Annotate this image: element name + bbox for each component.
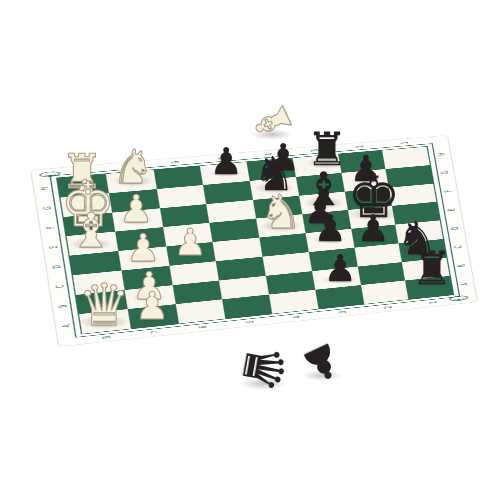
board-square (175, 299, 225, 323)
rank-label-bottom: 7 (150, 330, 160, 334)
file-label-left: D (51, 265, 61, 269)
rank-label-top: 3 (310, 149, 320, 152)
board-squares (56, 146, 454, 334)
board-square (127, 304, 178, 328)
file-label-right: A (460, 283, 469, 287)
file-label-right: E (447, 208, 456, 211)
file-label-right: D (450, 226, 459, 230)
board-square (360, 281, 408, 304)
rank-label-bottom: 1 (428, 301, 437, 305)
rank-label-top: 8 (74, 169, 84, 172)
board-square (222, 295, 272, 319)
chess-piece-black-p-fallen: ♟ (291, 333, 353, 393)
rank-label-top: 1 (400, 141, 409, 144)
file-label-left: B (58, 304, 68, 308)
piece-shadow (251, 129, 292, 140)
rank-label-top: 5 (217, 157, 227, 160)
file-label-right: B (457, 264, 466, 268)
rank-label-top: 2 (355, 145, 364, 148)
file-label-right: C (453, 245, 462, 249)
piece-shadow (239, 377, 288, 390)
board-square (79, 309, 131, 334)
file-label-right: G (440, 171, 449, 175)
file-label-left: H (39, 187, 49, 191)
file-label-left: C (55, 285, 65, 289)
rank-label-bottom: 8 (101, 335, 111, 339)
file-label-left: A (61, 324, 71, 328)
chess-piece-white-b-fallen: ♝ (240, 89, 303, 154)
brand-logo-bottom-right-icon (449, 295, 469, 302)
rank-label-bottom: 6 (198, 325, 208, 329)
rank-label-bottom: 3 (338, 310, 348, 314)
board-square (405, 276, 453, 299)
piece-shadow (302, 370, 342, 381)
file-label-left: G (42, 206, 52, 210)
rank-label-bottom: 5 (245, 320, 255, 324)
board-square (269, 290, 318, 314)
rank-label-bottom: 4 (292, 315, 302, 319)
chess-set-photo: HGFEDCBAHGFEDCBA8765432187654321 ♜♟♟♟♞♜♞… (0, 0, 500, 500)
rank-label-top: 4 (264, 153, 274, 156)
file-label-left: E (48, 245, 58, 249)
file-label-right: F (443, 190, 452, 193)
rank-label-bottom: 2 (383, 306, 392, 310)
rank-label-top: 6 (170, 161, 180, 164)
chess-piece-black-q-fallen: ♛ (231, 334, 294, 402)
file-label-left: F (45, 226, 55, 229)
board-square (315, 285, 364, 309)
rank-label-top: 7 (123, 165, 133, 168)
file-label-right: H (437, 152, 446, 156)
chess-board: HGFEDCBAHGFEDCBA8765432187654321 (30, 135, 478, 347)
